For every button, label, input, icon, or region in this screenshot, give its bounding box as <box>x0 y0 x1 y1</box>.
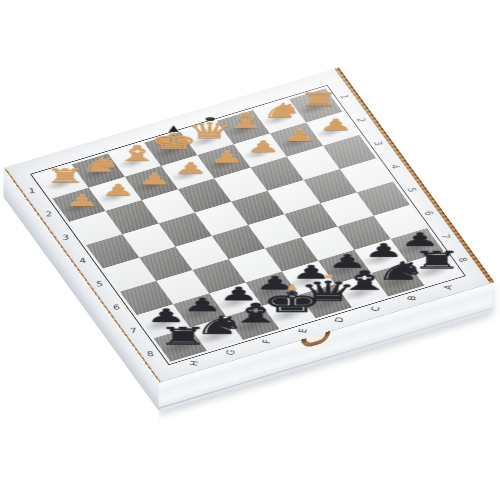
rank-label-left-7: 7 <box>125 325 143 336</box>
file-label-B: B <box>402 292 421 304</box>
rank-label-left-1: 1 <box>23 185 41 196</box>
piece-white-rook-h1[interactable]: ♜ <box>42 166 88 186</box>
square-h6[interactable] <box>120 281 173 315</box>
square-g7[interactable] <box>173 293 226 327</box>
white-rook-glyph: ♜ <box>44 166 86 185</box>
square-e8[interactable] <box>262 295 315 329</box>
rank-label-left-2: 2 <box>40 208 58 219</box>
rank-label-left-4: 4 <box>74 255 92 266</box>
white-pawn-glyph: ♟ <box>137 171 172 187</box>
square-g5[interactable] <box>139 247 192 281</box>
square-h8[interactable] <box>154 328 207 362</box>
white-pawn-glyph: ♟ <box>65 193 100 209</box>
white-pawn-glyph: ♟ <box>101 182 136 198</box>
square-f6[interactable] <box>192 259 245 293</box>
square-d7[interactable] <box>282 261 335 295</box>
square-c6[interactable] <box>301 227 354 261</box>
square-h5[interactable] <box>103 258 156 292</box>
rank-label-left-3: 3 <box>57 231 75 242</box>
square-d6[interactable] <box>265 237 318 271</box>
square-d8[interactable] <box>299 284 352 318</box>
white-pawn-glyph: ♟ <box>246 139 281 155</box>
square-b8[interactable] <box>371 262 424 296</box>
file-label-D: D <box>330 314 349 326</box>
square-f8[interactable] <box>226 306 279 340</box>
product-photo-chess-box: 11H22G33F44E55D66C77B88A ♜♞♝♚♛♝♞♜♟♟♟♟♟♟♟… <box>0 0 500 500</box>
file-label-G: G <box>221 346 240 358</box>
file-label-E: E <box>293 325 312 337</box>
square-c8[interactable] <box>335 273 388 307</box>
square-e5[interactable] <box>212 225 265 259</box>
square-f5[interactable] <box>175 236 228 270</box>
piece-white-pawn-h2[interactable]: ♟ <box>59 192 105 209</box>
file-label-H: H <box>185 357 204 369</box>
square-g4[interactable] <box>122 223 175 257</box>
square-g6[interactable] <box>156 270 209 304</box>
rank-label-left-5: 5 <box>91 278 109 289</box>
rank-label-left-8: 8 <box>141 348 159 359</box>
square-f7[interactable] <box>209 282 262 316</box>
file-label-A: A <box>438 281 457 293</box>
square-h4[interactable] <box>86 234 139 268</box>
square-e6[interactable] <box>229 248 282 282</box>
file-label-F: F <box>257 336 276 348</box>
rank-label-left-6: 6 <box>108 301 126 312</box>
cardboard-box: 11H22G33F44E55D66C77B88A ♜♞♝♚♛♝♞♜♟♟♟♟♟♟♟… <box>3 68 492 382</box>
square-h7[interactable] <box>137 304 190 338</box>
rank-label-right-8: 8 <box>453 254 473 267</box>
square-g8[interactable] <box>190 317 243 351</box>
white-pawn-glyph: ♟ <box>282 128 317 144</box>
file-label-C: C <box>366 303 385 315</box>
white-pawn-glyph: ♟ <box>173 160 208 176</box>
white-pawn-glyph: ♟ <box>318 117 353 133</box>
square-e7[interactable] <box>246 272 299 306</box>
white-pawn-glyph: ♟ <box>210 149 245 165</box>
